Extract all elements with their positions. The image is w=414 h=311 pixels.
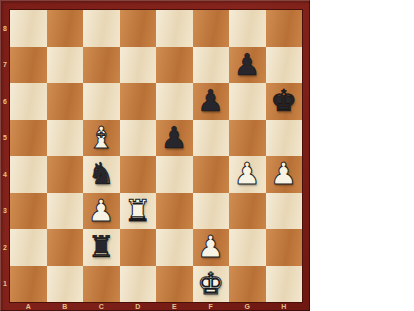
square-c2[interactable]: ♜ bbox=[83, 229, 120, 266]
square-g7[interactable]: ♟ bbox=[229, 47, 266, 84]
square-c6[interactable] bbox=[83, 83, 120, 120]
square-d6[interactable] bbox=[120, 83, 157, 120]
square-f1[interactable]: ♚ bbox=[193, 266, 230, 303]
square-e4[interactable] bbox=[156, 156, 193, 193]
square-h6[interactable]: ♚ bbox=[266, 83, 303, 120]
square-c8[interactable] bbox=[83, 10, 120, 47]
square-a8[interactable] bbox=[10, 10, 47, 47]
rank-label-7: 7 bbox=[0, 47, 10, 84]
square-h7[interactable] bbox=[266, 47, 303, 84]
square-a7[interactable] bbox=[10, 47, 47, 84]
rank-label-3: 3 bbox=[0, 193, 10, 230]
square-d7[interactable] bbox=[120, 47, 157, 84]
square-g8[interactable] bbox=[229, 10, 266, 47]
black-pawn-g7[interactable]: ♟ bbox=[234, 50, 261, 80]
square-f2[interactable]: ♟ bbox=[193, 229, 230, 266]
square-f8[interactable] bbox=[193, 10, 230, 47]
black-rook-c2[interactable]: ♜ bbox=[88, 232, 115, 262]
square-h5[interactable] bbox=[266, 120, 303, 157]
square-d3[interactable]: ♜ bbox=[120, 193, 157, 230]
square-b4[interactable] bbox=[47, 156, 84, 193]
rank-label-1: 1 bbox=[0, 266, 10, 303]
square-d2[interactable] bbox=[120, 229, 157, 266]
square-c1[interactable] bbox=[83, 266, 120, 303]
square-f3[interactable] bbox=[193, 193, 230, 230]
white-king-f1[interactable]: ♚ bbox=[197, 269, 224, 299]
square-e2[interactable] bbox=[156, 229, 193, 266]
page: 87654321 ♟♟♚♝♟♞♟♟♟♜♜♟♚ ABCDEFGH bbox=[0, 0, 414, 311]
rank-labels: 87654321 bbox=[0, 10, 10, 302]
square-e8[interactable] bbox=[156, 10, 193, 47]
file-label-a: A bbox=[10, 301, 47, 311]
file-label-g: G bbox=[229, 301, 266, 311]
white-pawn-c3[interactable]: ♟ bbox=[88, 196, 115, 226]
file-label-f: F bbox=[193, 301, 230, 311]
square-b2[interactable] bbox=[47, 229, 84, 266]
square-a3[interactable] bbox=[10, 193, 47, 230]
square-f7[interactable] bbox=[193, 47, 230, 84]
square-d8[interactable] bbox=[120, 10, 157, 47]
rank-label-2: 2 bbox=[0, 229, 10, 266]
square-g1[interactable] bbox=[229, 266, 266, 303]
square-g4[interactable]: ♟ bbox=[229, 156, 266, 193]
rank-label-5: 5 bbox=[0, 120, 10, 157]
square-d1[interactable] bbox=[120, 266, 157, 303]
square-g2[interactable] bbox=[229, 229, 266, 266]
file-label-d: D bbox=[120, 301, 157, 311]
square-b6[interactable] bbox=[47, 83, 84, 120]
square-b7[interactable] bbox=[47, 47, 84, 84]
chess-board-grid: ♟♟♚♝♟♞♟♟♟♜♜♟♚ bbox=[10, 10, 302, 302]
square-b3[interactable] bbox=[47, 193, 84, 230]
square-e5[interactable]: ♟ bbox=[156, 120, 193, 157]
white-pawn-h4[interactable]: ♟ bbox=[270, 159, 297, 189]
square-c5[interactable]: ♝ bbox=[83, 120, 120, 157]
square-h2[interactable] bbox=[266, 229, 303, 266]
square-h4[interactable]: ♟ bbox=[266, 156, 303, 193]
rank-label-8: 8 bbox=[0, 10, 10, 47]
square-h3[interactable] bbox=[266, 193, 303, 230]
file-label-h: H bbox=[266, 301, 303, 311]
file-label-c: C bbox=[83, 301, 120, 311]
square-a1[interactable] bbox=[10, 266, 47, 303]
black-knight-c4[interactable]: ♞ bbox=[88, 159, 115, 189]
square-h1[interactable] bbox=[266, 266, 303, 303]
black-pawn-e5[interactable]: ♟ bbox=[161, 123, 188, 153]
square-g6[interactable] bbox=[229, 83, 266, 120]
square-a6[interactable] bbox=[10, 83, 47, 120]
square-f5[interactable] bbox=[193, 120, 230, 157]
square-e7[interactable] bbox=[156, 47, 193, 84]
white-bishop-c5[interactable]: ♝ bbox=[88, 123, 115, 153]
white-rook-d3[interactable]: ♜ bbox=[124, 196, 151, 226]
square-a2[interactable] bbox=[10, 229, 47, 266]
square-c7[interactable] bbox=[83, 47, 120, 84]
square-c3[interactable]: ♟ bbox=[83, 193, 120, 230]
rank-label-6: 6 bbox=[0, 83, 10, 120]
square-b1[interactable] bbox=[47, 266, 84, 303]
file-label-b: B bbox=[47, 301, 84, 311]
white-pawn-g4[interactable]: ♟ bbox=[234, 159, 261, 189]
square-a5[interactable] bbox=[10, 120, 47, 157]
square-a4[interactable] bbox=[10, 156, 47, 193]
black-king-h6[interactable]: ♚ bbox=[270, 86, 297, 116]
file-labels: ABCDEFGH bbox=[10, 301, 302, 311]
black-pawn-f6[interactable]: ♟ bbox=[197, 86, 224, 116]
square-g3[interactable] bbox=[229, 193, 266, 230]
square-d4[interactable] bbox=[120, 156, 157, 193]
square-g5[interactable] bbox=[229, 120, 266, 157]
square-e1[interactable] bbox=[156, 266, 193, 303]
square-e6[interactable] bbox=[156, 83, 193, 120]
square-c4[interactable]: ♞ bbox=[83, 156, 120, 193]
square-d5[interactable] bbox=[120, 120, 157, 157]
square-f6[interactable]: ♟ bbox=[193, 83, 230, 120]
rank-label-4: 4 bbox=[0, 156, 10, 193]
square-b8[interactable] bbox=[47, 10, 84, 47]
chess-board-frame: 87654321 ♟♟♚♝♟♞♟♟♟♜♜♟♚ ABCDEFGH bbox=[0, 0, 310, 311]
file-label-e: E bbox=[156, 301, 193, 311]
square-f4[interactable] bbox=[193, 156, 230, 193]
square-h8[interactable] bbox=[266, 10, 303, 47]
white-pawn-f2[interactable]: ♟ bbox=[197, 232, 224, 262]
square-e3[interactable] bbox=[156, 193, 193, 230]
square-b5[interactable] bbox=[47, 120, 84, 157]
